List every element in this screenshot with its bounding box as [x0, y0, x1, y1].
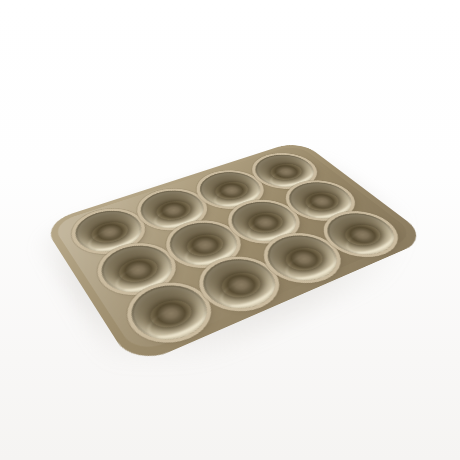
photo-frame: Three-quarter product photo of an empty …: [0, 0, 460, 460]
photo-background: [0, 0, 460, 460]
